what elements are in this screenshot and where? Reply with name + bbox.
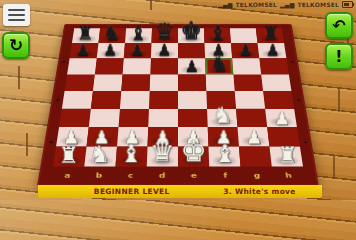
white-knight[interactable]: ♞ [208, 105, 238, 127]
carrier-label-2: TELKOMSEL [297, 1, 339, 8]
square-e4[interactable] [178, 91, 207, 109]
black-pawn[interactable]: ♟ [97, 42, 124, 58]
file-coordinates: abcdefgh [51, 170, 305, 180]
square-d1[interactable]: ♛ [147, 146, 178, 166]
square-a4[interactable] [62, 91, 93, 109]
undo-button[interactable]: ↶ [325, 12, 353, 39]
square-g2[interactable]: ♟ [237, 127, 269, 146]
turn-indicator: 3. White's move [203, 187, 317, 196]
bottom-info-bar: BEGINNER LEVEL 3. White's move [38, 185, 322, 198]
wood-seam [333, 155, 335, 178]
file-label-c: c [114, 170, 146, 180]
square-d3[interactable] [148, 109, 178, 127]
hint-button[interactable]: ! [325, 43, 353, 70]
square-d5[interactable] [150, 74, 178, 91]
file-label-d: d [146, 170, 178, 180]
wood-seam [26, 133, 28, 156]
square-h7[interactable]: ♟ [258, 43, 287, 58]
frame-pin [291, 61, 294, 63]
hamburger-icon [8, 14, 25, 17]
square-g4[interactable] [235, 91, 265, 109]
square-f5[interactable] [206, 74, 235, 91]
undo-arrow-icon: ↶ [332, 18, 345, 34]
square-e5[interactable] [178, 74, 206, 91]
white-rook[interactable]: ♜ [53, 144, 84, 166]
white-pawn[interactable]: ♟ [267, 109, 297, 127]
square-e8[interactable]: ♚ [178, 28, 205, 43]
square-c5[interactable] [121, 74, 150, 91]
square-c7[interactable]: ♟ [124, 43, 152, 58]
square-c1[interactable]: ♝ [115, 146, 147, 166]
file-label-f: f [209, 170, 241, 180]
square-f6[interactable]: ♞ [205, 58, 233, 74]
chess-board-area: ♜♞♝♛♚♝♜♟♟♟♟♟♟♟♟♞♞♟♟♟♟♟♟♟♟♜♞♝♛♚♝♜ abcdefg… [37, 2, 319, 186]
square-b4[interactable] [91, 91, 121, 109]
file-label-g: g [241, 170, 274, 180]
carrier-label-1: TELKOMSEL [236, 1, 278, 8]
board-grid: ♜♞♝♛♚♝♜♟♟♟♟♟♟♟♟♞♞♟♟♟♟♟♟♟♟♜♞♝♛♚♝♜ [53, 28, 303, 166]
black-pawn[interactable]: ♟ [151, 42, 178, 58]
file-label-e: e [178, 170, 210, 180]
hamburger-icon [8, 9, 25, 12]
file-label-b: b [83, 170, 116, 180]
square-f3[interactable]: ♞ [207, 109, 237, 127]
white-pawn[interactable]: ♟ [239, 128, 269, 146]
square-c4[interactable] [120, 91, 150, 109]
status-bar: ▂▄▆ TELKOMSEL ▂▄▆ TELKOMSEL [218, 1, 353, 8]
signal-bars-icon: ▂▄▆ [280, 2, 294, 8]
square-b5[interactable] [93, 74, 123, 91]
restart-icon: ↻ [9, 37, 23, 54]
white-bishop[interactable]: ♝ [209, 142, 240, 166]
square-c6[interactable] [123, 58, 151, 74]
white-bishop[interactable]: ♝ [115, 142, 146, 166]
chess-board[interactable]: ♜♞♝♛♚♝♜♟♟♟♟♟♟♟♟♞♞♟♟♟♟♟♟♟♟♜♞♝♛♚♝♜ abcdefg… [37, 24, 319, 186]
black-pawn[interactable]: ♟ [70, 42, 97, 58]
square-a6[interactable] [67, 58, 97, 74]
frame-pin [56, 99, 59, 101]
square-e1[interactable]: ♚ [178, 146, 209, 166]
white-rook[interactable]: ♜ [272, 144, 303, 166]
black-pawn[interactable]: ♟ [178, 58, 206, 74]
frame-pin [62, 61, 65, 63]
file-label-a: a [51, 170, 84, 180]
black-pawn[interactable]: ♟ [124, 42, 151, 58]
square-h5[interactable] [261, 74, 291, 91]
square-h4[interactable] [263, 91, 294, 109]
square-h3[interactable]: ♟ [265, 109, 297, 127]
square-c3[interactable] [119, 109, 149, 127]
frame-pin [297, 99, 300, 101]
square-h1[interactable]: ♜ [269, 146, 303, 166]
black-king[interactable]: ♚ [178, 18, 205, 43]
square-b7[interactable]: ♟ [97, 43, 125, 58]
square-b6[interactable] [95, 58, 124, 74]
frame-pin [303, 141, 307, 143]
square-a1[interactable]: ♜ [53, 146, 87, 166]
wood-seam [18, 66, 20, 89]
square-g7[interactable]: ♟ [231, 43, 259, 58]
square-e3[interactable] [178, 109, 208, 127]
battery-icon [342, 1, 353, 8]
square-d4[interactable] [149, 91, 178, 109]
square-d7[interactable]: ♟ [151, 43, 178, 58]
square-a5[interactable] [65, 74, 95, 91]
square-g1[interactable] [239, 146, 272, 166]
white-knight[interactable]: ♞ [84, 143, 115, 166]
file-label-h: h [272, 170, 305, 180]
black-pawn[interactable]: ♟ [232, 42, 259, 58]
wood-seam [338, 89, 340, 112]
signal-bars-icon: ▂▄▆ [218, 2, 232, 8]
square-h6[interactable] [259, 58, 289, 74]
square-d6[interactable] [150, 58, 178, 74]
restart-button[interactable]: ↻ [2, 32, 30, 59]
square-a3[interactable] [59, 109, 91, 127]
square-b3[interactable] [89, 109, 120, 127]
square-g3[interactable] [236, 109, 267, 127]
square-b1[interactable]: ♞ [84, 146, 117, 166]
square-g5[interactable] [233, 74, 263, 91]
black-knight[interactable]: ♞ [206, 53, 234, 74]
white-queen[interactable]: ♛ [147, 139, 178, 166]
black-queen[interactable]: ♛ [151, 20, 178, 43]
square-e6[interactable]: ♟ [178, 58, 206, 74]
menu-button[interactable] [3, 4, 30, 26]
black-pawn[interactable]: ♟ [259, 42, 286, 58]
hamburger-icon [8, 19, 25, 22]
white-king[interactable]: ♚ [178, 137, 209, 166]
square-a7[interactable]: ♟ [70, 43, 99, 58]
level-label: BEGINNER LEVEL [75, 187, 189, 196]
square-g6[interactable] [232, 58, 261, 74]
square-f1[interactable]: ♝ [208, 146, 240, 166]
exclamation-icon: ! [335, 49, 342, 65]
